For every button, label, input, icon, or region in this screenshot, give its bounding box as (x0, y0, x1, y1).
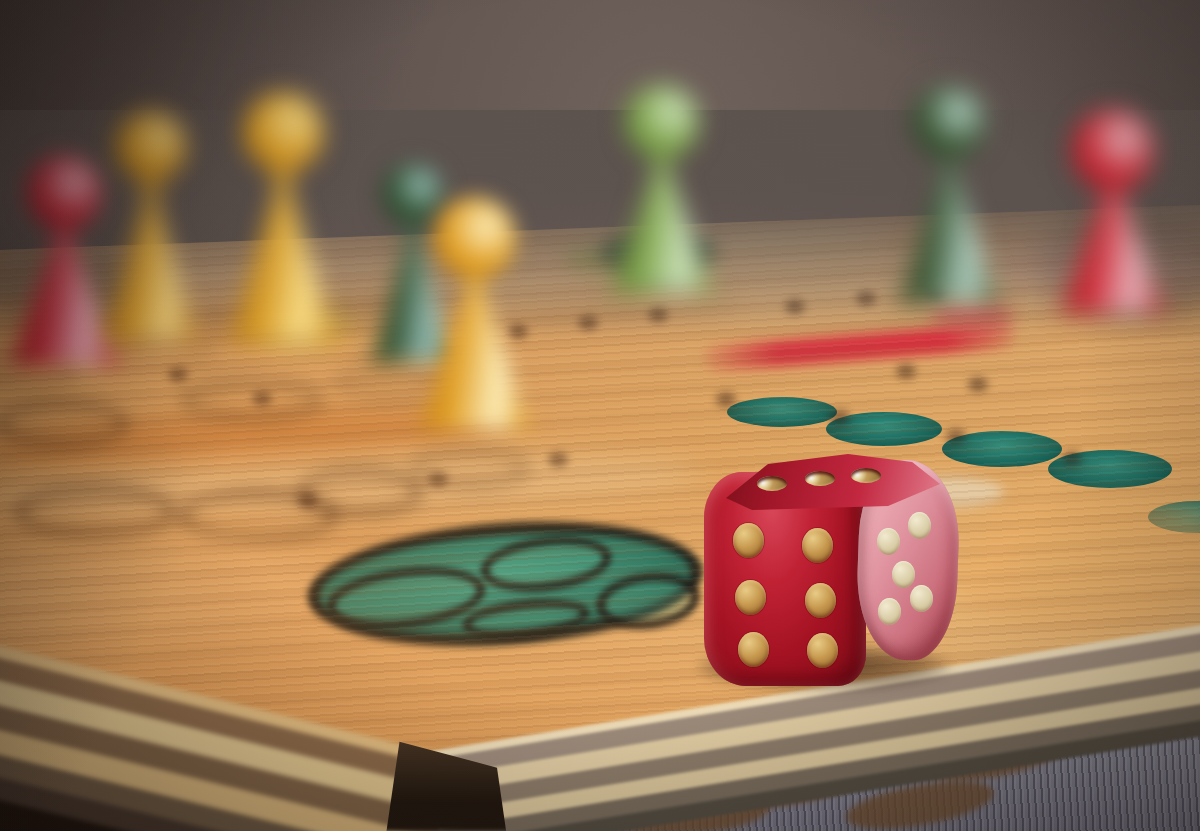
pawns-layer (0, 0, 1200, 831)
die-pip (735, 580, 766, 615)
die-pip (757, 476, 787, 491)
pawn-head (116, 111, 186, 181)
die-pip (910, 585, 933, 612)
pawn-head (434, 197, 516, 279)
die-pip (877, 528, 900, 555)
die-pip (851, 468, 881, 483)
pawn-yellow-3[interactable] (416, 186, 534, 428)
pawn-green-3[interactable] (896, 76, 1002, 302)
pawn-head (625, 85, 699, 159)
pawn-head (243, 92, 323, 172)
die-pip (733, 523, 764, 558)
die-pip (807, 633, 838, 668)
die-pip (908, 512, 931, 539)
die-pip (878, 598, 901, 625)
pawn-head (27, 155, 101, 229)
pawn-head (1072, 109, 1154, 191)
pawn-yellow-2[interactable] (226, 84, 340, 342)
die-pip (802, 528, 833, 563)
pawn-yellow-1[interactable] (102, 104, 200, 340)
pawn-green-2[interactable] (608, 78, 716, 292)
die-pip (805, 583, 836, 618)
die[interactable] (688, 438, 964, 690)
die-pip (892, 561, 915, 588)
die-pip (805, 471, 835, 486)
pawn-head (912, 85, 986, 159)
die-pip (738, 632, 769, 667)
pawn-red-2[interactable] (1058, 100, 1168, 312)
board-photo (0, 0, 1200, 831)
